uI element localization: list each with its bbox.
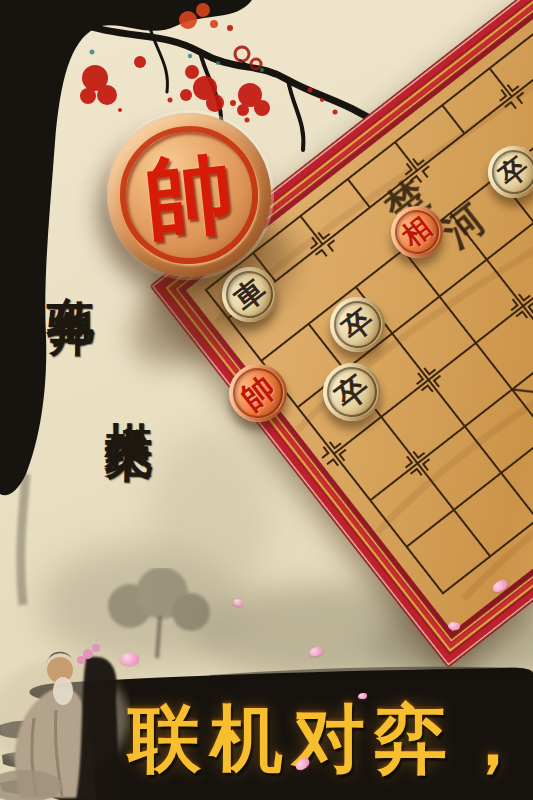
piece-glyph: 卒 (494, 152, 533, 191)
calligraphy-column-2: 棋术绝天下 (98, 384, 161, 409)
calligraphy-column-1: 车驰马奔 (40, 258, 103, 278)
hero-piece-glyph: 帥 (141, 147, 238, 244)
banner-slogan[interactable]: 联机对弈， (128, 700, 533, 777)
inkwash-figure (0, 598, 130, 800)
splash-screen: 楚 河 相 卒 車 卒 帥 卒 帥 (0, 0, 533, 800)
piece-glyph: 車 (228, 273, 270, 315)
piece-glyph: 卒 (330, 370, 375, 415)
piece-glyph: 帥 (236, 371, 281, 416)
piece-glyph: 相 (397, 212, 436, 251)
piece-glyph: 卒 (336, 303, 378, 345)
